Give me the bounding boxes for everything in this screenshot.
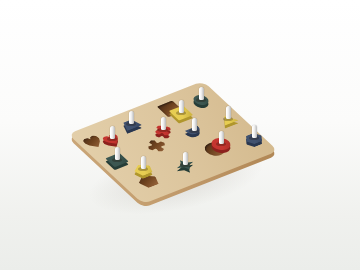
peg-handle xyxy=(199,87,204,100)
peg-handle xyxy=(192,118,197,131)
peg-handle xyxy=(115,147,120,160)
peg-handle xyxy=(161,117,166,130)
piece-yellow-pentagon[interactable] xyxy=(130,159,156,180)
peg-handle xyxy=(183,152,188,165)
peg-handle xyxy=(219,131,224,144)
puzzle-scene xyxy=(0,0,360,270)
peg-handle xyxy=(226,106,231,119)
piece-yellow-triangle[interactable] xyxy=(216,111,240,128)
pieces-layer xyxy=(0,0,360,270)
piece-red-circle[interactable] xyxy=(208,132,234,156)
piece-navy-semicircle[interactable] xyxy=(183,125,205,137)
piece-teal-circle[interactable] xyxy=(191,90,211,110)
peg-handle xyxy=(179,100,184,113)
peg-handle xyxy=(129,111,134,124)
piece-red-quatrefoil[interactable] xyxy=(150,119,176,142)
piece-red-heart[interactable] xyxy=(100,129,124,150)
peg-handle xyxy=(252,125,257,138)
peg-handle xyxy=(141,156,146,169)
piece-navy-hexagon[interactable] xyxy=(241,129,267,148)
peg-handle xyxy=(110,126,115,139)
piece-teal-star[interactable] xyxy=(171,154,199,176)
piece-teal-square[interactable] xyxy=(105,150,129,170)
